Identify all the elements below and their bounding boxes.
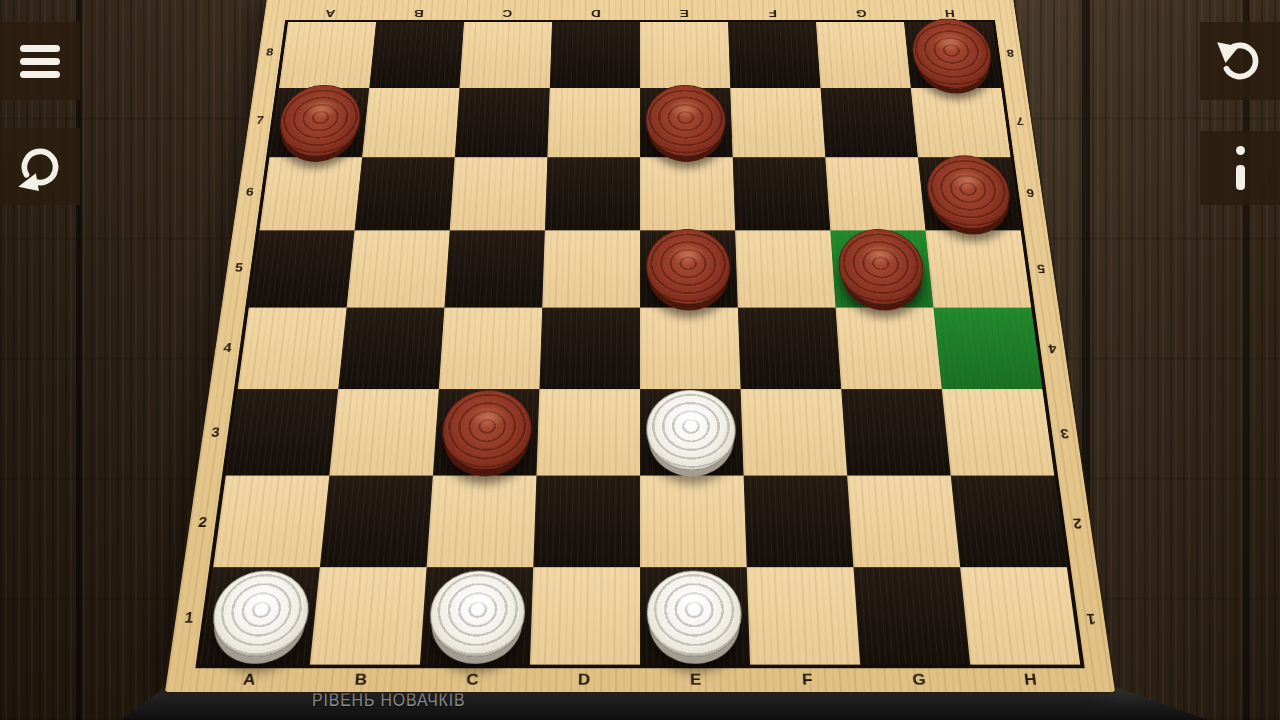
info-button[interactable] xyxy=(1200,131,1280,205)
square-f6[interactable] xyxy=(733,157,831,230)
file-label-e: E xyxy=(640,671,752,689)
white-piece-c1[interactable] xyxy=(427,571,527,657)
file-label-a: A xyxy=(192,671,306,689)
file-label-h: H xyxy=(905,7,995,18)
square-h1[interactable] xyxy=(960,567,1080,664)
square-d2[interactable] xyxy=(533,476,640,568)
square-g2[interactable] xyxy=(847,476,960,568)
square-h5[interactable] xyxy=(925,230,1031,307)
square-c2[interactable] xyxy=(427,476,537,568)
square-c3[interactable] xyxy=(433,389,540,475)
file-label-f: F xyxy=(728,7,817,18)
red-piece-e7[interactable] xyxy=(645,85,727,157)
file-labels-top: ABCDEFGH xyxy=(285,0,995,20)
square-c7[interactable] xyxy=(455,88,550,157)
square-g3[interactable] xyxy=(841,389,951,475)
square-b5[interactable] xyxy=(347,230,450,307)
red-piece-c3[interactable] xyxy=(439,390,533,470)
square-h7[interactable] xyxy=(911,88,1011,157)
red-piece-a7[interactable] xyxy=(275,85,364,157)
square-g1[interactable] xyxy=(853,567,970,664)
square-c1[interactable] xyxy=(420,567,533,664)
red-piece-h6[interactable] xyxy=(923,155,1014,229)
square-h3[interactable] xyxy=(942,389,1054,475)
square-g4[interactable] xyxy=(836,308,942,390)
square-a6[interactable] xyxy=(259,157,362,230)
square-f4[interactable] xyxy=(738,308,841,390)
square-c8[interactable] xyxy=(459,22,552,88)
white-piece-e3[interactable] xyxy=(646,390,737,470)
square-e4[interactable] xyxy=(640,308,741,390)
restart-button[interactable] xyxy=(0,128,80,205)
square-d6[interactable] xyxy=(545,157,640,230)
square-e6[interactable] xyxy=(640,157,735,230)
file-label-e: E xyxy=(640,7,729,18)
game-screen: РІВЕНЬ НОВАЧКІВ ABCDEFGH ABCDEFGH 876543… xyxy=(0,0,1280,720)
square-f8[interactable] xyxy=(728,22,821,88)
square-e2[interactable] xyxy=(640,476,747,568)
square-d7[interactable] xyxy=(547,88,640,157)
square-e7[interactable] xyxy=(640,88,733,157)
square-c4[interactable] xyxy=(439,308,542,390)
square-c6[interactable] xyxy=(450,157,548,230)
file-label-c: C xyxy=(463,7,552,18)
square-a2[interactable] xyxy=(213,476,329,568)
square-a4[interactable] xyxy=(238,308,347,390)
file-label-g: G xyxy=(817,7,906,18)
square-b6[interactable] xyxy=(355,157,455,230)
square-f2[interactable] xyxy=(744,476,854,568)
file-label-g: G xyxy=(863,671,976,689)
file-label-d: D xyxy=(551,7,640,18)
square-g7[interactable] xyxy=(821,88,918,157)
square-b2[interactable] xyxy=(320,476,433,568)
square-a7[interactable] xyxy=(269,88,369,157)
square-e1[interactable] xyxy=(640,567,750,664)
info-icon xyxy=(1236,146,1245,155)
square-d3[interactable] xyxy=(536,389,640,475)
file-label-f: F xyxy=(751,671,864,689)
square-b1[interactable] xyxy=(310,567,427,664)
red-piece-e5[interactable] xyxy=(646,229,732,305)
square-f7[interactable] xyxy=(730,88,825,157)
file-label-d: D xyxy=(528,671,640,689)
square-f1[interactable] xyxy=(747,567,860,664)
square-a3[interactable] xyxy=(226,389,338,475)
square-b8[interactable] xyxy=(369,22,464,88)
square-h8[interactable] xyxy=(904,22,1001,88)
board-frame: ABCDEFGH ABCDEFGH 87654321 87654321 xyxy=(165,0,1115,692)
square-e8[interactable] xyxy=(640,22,730,88)
restart-icon xyxy=(13,140,67,194)
square-b4[interactable] xyxy=(338,308,444,390)
square-a5[interactable] xyxy=(249,230,355,307)
checkers-board: ABCDEFGH ABCDEFGH 87654321 87654321 xyxy=(165,0,1115,692)
square-e5[interactable] xyxy=(640,230,738,307)
square-b7[interactable] xyxy=(362,88,459,157)
menu-button[interactable] xyxy=(0,22,80,100)
square-b3[interactable] xyxy=(329,389,439,475)
square-a8[interactable] xyxy=(279,22,376,88)
hamburger-icon xyxy=(20,45,60,52)
square-d4[interactable] xyxy=(539,308,640,390)
square-f3[interactable] xyxy=(741,389,848,475)
undo-icon xyxy=(1213,34,1267,88)
red-piece-g5[interactable] xyxy=(836,229,927,305)
square-d8[interactable] xyxy=(550,22,640,88)
square-h6[interactable] xyxy=(918,157,1021,230)
square-d5[interactable] xyxy=(542,230,640,307)
white-piece-e1[interactable] xyxy=(646,571,743,657)
file-label-c: C xyxy=(416,671,529,689)
file-label-a: A xyxy=(285,7,375,18)
file-label-h: H xyxy=(974,671,1088,689)
square-d1[interactable] xyxy=(530,567,640,664)
board-grid xyxy=(195,20,1084,668)
square-f5[interactable] xyxy=(735,230,835,307)
red-piece-h8[interactable] xyxy=(909,18,996,88)
file-labels-bottom: ABCDEFGH xyxy=(192,668,1088,692)
file-label-b: B xyxy=(304,671,417,689)
square-g8[interactable] xyxy=(816,22,911,88)
square-c5[interactable] xyxy=(444,230,544,307)
square-a1[interactable] xyxy=(200,567,320,664)
level-banner: РІВЕНЬ НОВАЧКІВ xyxy=(312,690,465,711)
file-label-b: B xyxy=(374,7,463,18)
square-g6[interactable] xyxy=(825,157,925,230)
undo-button[interactable] xyxy=(1200,22,1280,100)
square-g5[interactable] xyxy=(830,230,933,307)
white-piece-a1[interactable] xyxy=(208,571,314,657)
square-h4[interactable] xyxy=(933,308,1042,390)
square-h2[interactable] xyxy=(951,476,1067,568)
square-e3[interactable] xyxy=(640,389,744,475)
